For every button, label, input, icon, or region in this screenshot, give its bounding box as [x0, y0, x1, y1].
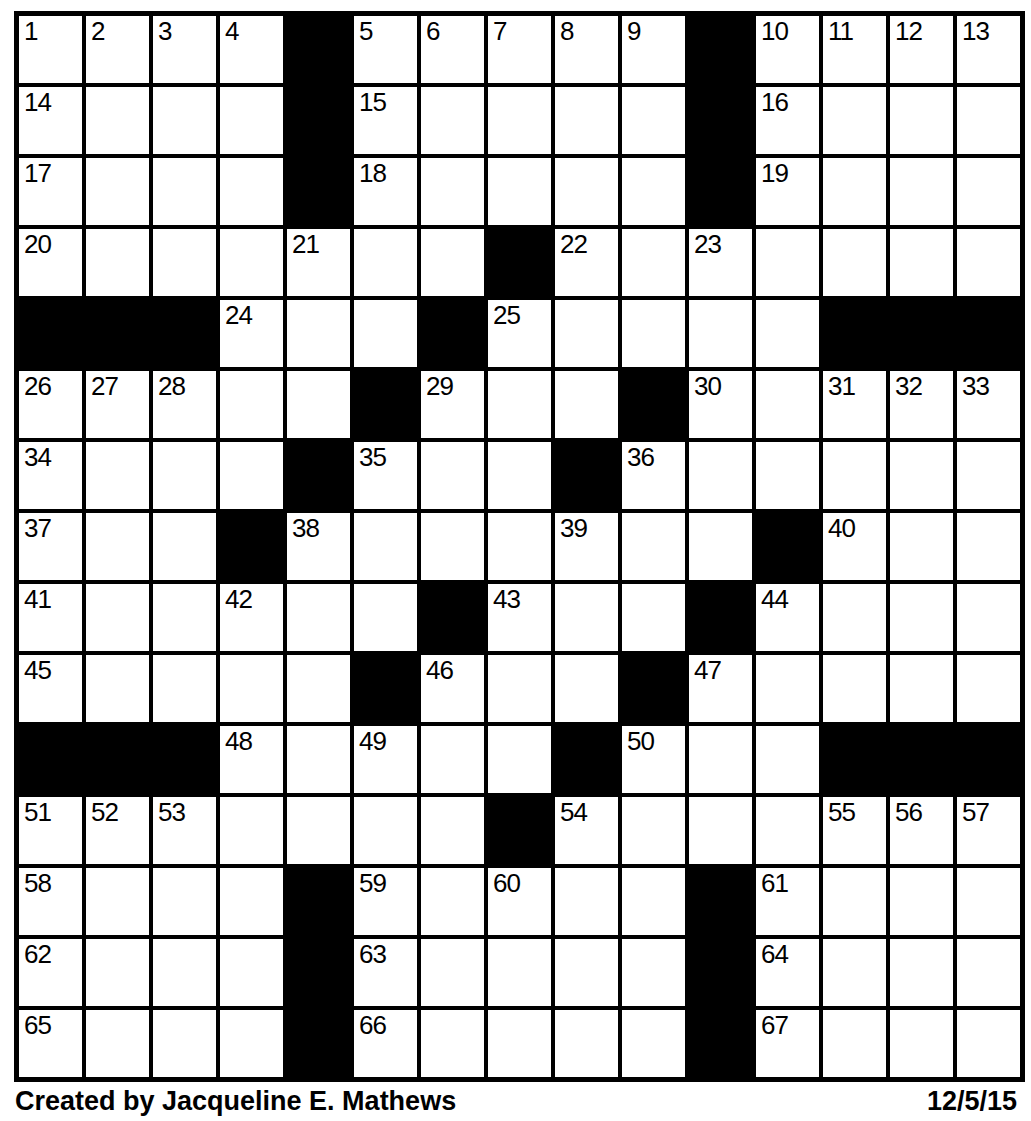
cell-r6c15[interactable]: 33	[957, 371, 1020, 438]
cell-r15c1[interactable]: 65	[19, 1010, 82, 1077]
cell-r13c14[interactable]	[890, 868, 953, 935]
clue-number-58: 58	[24, 870, 51, 897]
cell-r9c9[interactable]	[555, 584, 618, 651]
cell-r5c8[interactable]: 25	[488, 300, 551, 367]
cell-r7c15[interactable]	[957, 442, 1020, 509]
cell-r1c9[interactable]: 8	[555, 16, 618, 83]
cell-r7c11[interactable]	[689, 442, 752, 509]
cell-r4c15[interactable]	[957, 229, 1020, 296]
black-cell-r5c2	[86, 300, 149, 367]
cell-r3c12[interactable]: 19	[756, 158, 819, 225]
cell-r13c9[interactable]	[555, 868, 618, 935]
cell-r2c9[interactable]	[555, 87, 618, 154]
clue-number-46: 46	[426, 657, 453, 684]
cell-r12c13[interactable]: 55	[823, 797, 886, 864]
cell-r3c2[interactable]	[86, 158, 149, 225]
cell-r13c4[interactable]	[220, 868, 283, 935]
black-cell-r8c4	[220, 513, 283, 580]
black-cell-r11c1	[19, 726, 82, 793]
cell-r9c8[interactable]: 43	[488, 584, 551, 651]
cell-r2c4[interactable]	[220, 87, 283, 154]
clue-number-37: 37	[24, 515, 51, 542]
cell-r5c12[interactable]	[756, 300, 819, 367]
cell-r13c12[interactable]: 61	[756, 868, 819, 935]
cell-r11c5[interactable]	[287, 726, 350, 793]
black-cell-r5c15	[957, 300, 1020, 367]
clue-number-56: 56	[895, 799, 922, 826]
clue-number-66: 66	[359, 1012, 386, 1039]
clue-number-64: 64	[761, 941, 788, 968]
cell-r6c1[interactable]: 26	[19, 371, 82, 438]
clue-number-45: 45	[24, 657, 51, 684]
cell-r10c4[interactable]	[220, 655, 283, 722]
cell-r2c7[interactable]	[421, 87, 484, 154]
cell-r2c1[interactable]: 14	[19, 87, 82, 154]
clue-number-24: 24	[225, 302, 252, 329]
cell-r8c1[interactable]: 37	[19, 513, 82, 580]
cell-r15c13[interactable]	[823, 1010, 886, 1077]
black-cell-r8c12	[756, 513, 819, 580]
cell-r12c11[interactable]	[689, 797, 752, 864]
black-cell-r15c11	[689, 1010, 752, 1077]
cell-r6c8[interactable]	[488, 371, 551, 438]
cell-r10c8[interactable]	[488, 655, 551, 722]
crossword-page: 1234567891011121314151617181920212223242…	[0, 0, 1031, 1121]
clue-number-26: 26	[24, 373, 51, 400]
cell-r10c13[interactable]	[823, 655, 886, 722]
black-cell-r11c15	[957, 726, 1020, 793]
clue-number-51: 51	[24, 799, 51, 826]
cell-r1c2[interactable]: 2	[86, 16, 149, 83]
cell-r8c5[interactable]: 38	[287, 513, 350, 580]
clue-number-31: 31	[828, 373, 855, 400]
crossword-grid: 1234567891011121314151617181920212223242…	[14, 11, 1025, 1082]
cell-r3c7[interactable]	[421, 158, 484, 225]
cell-r8c14[interactable]	[890, 513, 953, 580]
clue-number-10: 10	[761, 18, 788, 45]
cell-r10c5[interactable]	[287, 655, 350, 722]
cell-r5c9[interactable]	[555, 300, 618, 367]
cell-r15c15[interactable]	[957, 1010, 1020, 1077]
clue-number-16: 16	[761, 89, 788, 116]
cell-r14c13[interactable]	[823, 939, 886, 1006]
clue-number-29: 29	[426, 373, 453, 400]
black-cell-r10c6	[354, 655, 417, 722]
clue-number-27: 27	[91, 373, 118, 400]
cell-r15c14[interactable]	[890, 1010, 953, 1077]
cell-r2c2[interactable]	[86, 87, 149, 154]
black-cell-r14c11	[689, 939, 752, 1006]
cell-r14c15[interactable]	[957, 939, 1020, 1006]
cell-r6c9[interactable]	[555, 371, 618, 438]
cell-r4c3[interactable]	[153, 229, 216, 296]
cell-r6c5[interactable]	[287, 371, 350, 438]
cell-r7c2[interactable]	[86, 442, 149, 509]
cell-r8c6[interactable]	[354, 513, 417, 580]
cell-r10c2[interactable]	[86, 655, 149, 722]
clue-number-6: 6	[426, 18, 439, 45]
cell-r6c3[interactable]: 28	[153, 371, 216, 438]
footer: Created by Jacqueline E. Mathews 12/5/15	[15, 1086, 1017, 1117]
cell-r8c9[interactable]: 39	[555, 513, 618, 580]
cell-r12c9[interactable]: 54	[555, 797, 618, 864]
cell-r1c3[interactable]: 3	[153, 16, 216, 83]
cell-r9c2[interactable]	[86, 584, 149, 651]
clue-number-50: 50	[627, 728, 654, 755]
black-cell-r6c10	[622, 371, 685, 438]
cell-r11c6[interactable]: 49	[354, 726, 417, 793]
cell-r1c1[interactable]: 1	[19, 16, 82, 83]
cell-r7c8[interactable]	[488, 442, 551, 509]
cell-r4c6[interactable]	[354, 229, 417, 296]
cell-r1c14[interactable]: 12	[890, 16, 953, 83]
clue-number-36: 36	[627, 444, 654, 471]
black-cell-r7c9	[555, 442, 618, 509]
black-cell-r5c13	[823, 300, 886, 367]
cell-r10c12[interactable]	[756, 655, 819, 722]
cell-r3c13[interactable]	[823, 158, 886, 225]
clue-number-33: 33	[962, 373, 989, 400]
clue-number-11: 11	[828, 18, 853, 45]
black-cell-r10c10	[622, 655, 685, 722]
cell-r10c1[interactable]: 45	[19, 655, 82, 722]
cell-r8c15[interactable]	[957, 513, 1020, 580]
cell-r11c7[interactable]	[421, 726, 484, 793]
cell-r10c3[interactable]	[153, 655, 216, 722]
clue-number-65: 65	[24, 1012, 51, 1039]
clue-number-21: 21	[292, 231, 319, 258]
cell-r2c3[interactable]	[153, 87, 216, 154]
cell-r3c4[interactable]	[220, 158, 283, 225]
clue-number-1: 1	[24, 18, 37, 45]
black-cell-r5c3	[153, 300, 216, 367]
cell-r15c6[interactable]: 66	[354, 1010, 417, 1077]
black-cell-r6c6	[354, 371, 417, 438]
cell-r15c8[interactable]	[488, 1010, 551, 1077]
cell-r12c4[interactable]	[220, 797, 283, 864]
black-cell-r14c5	[287, 939, 350, 1006]
cell-r1c13[interactable]: 11	[823, 16, 886, 83]
cell-r9c1[interactable]: 41	[19, 584, 82, 651]
clue-number-25: 25	[493, 302, 520, 329]
cell-r2c15[interactable]	[957, 87, 1020, 154]
cell-r5c4[interactable]: 24	[220, 300, 283, 367]
cell-r10c14[interactable]	[890, 655, 953, 722]
cell-r4c12[interactable]	[756, 229, 819, 296]
black-cell-r5c1	[19, 300, 82, 367]
clue-number-55: 55	[828, 799, 855, 826]
cell-r12c7[interactable]	[421, 797, 484, 864]
clue-number-47: 47	[694, 657, 721, 684]
black-cell-r11c3	[153, 726, 216, 793]
cell-r14c7[interactable]	[421, 939, 484, 1006]
cell-r12c1[interactable]: 51	[19, 797, 82, 864]
clue-number-5: 5	[359, 18, 372, 45]
black-cell-r2c5	[287, 87, 350, 154]
cell-r1c15[interactable]: 13	[957, 16, 1020, 83]
black-cell-r3c5	[287, 158, 350, 225]
cell-r9c5[interactable]	[287, 584, 350, 651]
cell-r11c4[interactable]: 48	[220, 726, 283, 793]
black-cell-r9c11	[689, 584, 752, 651]
byline: Created by Jacqueline E. Mathews	[15, 1086, 456, 1117]
cell-r15c4[interactable]	[220, 1010, 283, 1077]
cell-r12c3[interactable]: 53	[153, 797, 216, 864]
cell-r12c12[interactable]	[756, 797, 819, 864]
cell-r11c8[interactable]	[488, 726, 551, 793]
cell-r11c10[interactable]: 50	[622, 726, 685, 793]
cell-r14c2[interactable]	[86, 939, 149, 1006]
clue-number-40: 40	[828, 515, 855, 542]
cell-r2c10[interactable]	[622, 87, 685, 154]
clue-number-23: 23	[694, 231, 721, 258]
cell-r7c10[interactable]: 36	[622, 442, 685, 509]
cell-r7c13[interactable]	[823, 442, 886, 509]
black-cell-r13c5	[287, 868, 350, 935]
cell-r13c7[interactable]	[421, 868, 484, 935]
clue-number-3: 3	[158, 18, 171, 45]
black-cell-r11c14	[890, 726, 953, 793]
cell-r1c10[interactable]: 9	[622, 16, 685, 83]
clue-number-62: 62	[24, 941, 51, 968]
cell-r12c10[interactable]	[622, 797, 685, 864]
cell-r12c6[interactable]	[354, 797, 417, 864]
cell-r5c10[interactable]	[622, 300, 685, 367]
clue-number-59: 59	[359, 870, 386, 897]
cell-r9c10[interactable]	[622, 584, 685, 651]
black-cell-r7c5	[287, 442, 350, 509]
cell-r12c2[interactable]: 52	[86, 797, 149, 864]
cell-r6c2[interactable]: 27	[86, 371, 149, 438]
cell-r5c11[interactable]	[689, 300, 752, 367]
cell-r9c14[interactable]	[890, 584, 953, 651]
cell-r10c9[interactable]	[555, 655, 618, 722]
cell-r4c5[interactable]: 21	[287, 229, 350, 296]
cell-r13c2[interactable]	[86, 868, 149, 935]
clue-number-39: 39	[560, 515, 587, 542]
cell-r3c1[interactable]: 17	[19, 158, 82, 225]
cell-r7c3[interactable]	[153, 442, 216, 509]
cell-r3c15[interactable]	[957, 158, 1020, 225]
cell-r4c9[interactable]: 22	[555, 229, 618, 296]
cell-r5c5[interactable]	[287, 300, 350, 367]
cell-r1c4[interactable]: 4	[220, 16, 283, 83]
cell-r10c7[interactable]: 46	[421, 655, 484, 722]
black-cell-r1c11	[689, 16, 752, 83]
clue-number-49: 49	[359, 728, 386, 755]
clue-number-18: 18	[359, 160, 386, 187]
clue-number-53: 53	[158, 799, 185, 826]
cell-r9c4[interactable]: 42	[220, 584, 283, 651]
cell-r4c13[interactable]	[823, 229, 886, 296]
cell-r12c14[interactable]: 56	[890, 797, 953, 864]
cell-r8c13[interactable]: 40	[823, 513, 886, 580]
cell-r4c4[interactable]	[220, 229, 283, 296]
cell-r8c2[interactable]	[86, 513, 149, 580]
clue-number-17: 17	[24, 160, 51, 187]
clue-number-22: 22	[560, 231, 587, 258]
clue-number-42: 42	[225, 586, 252, 613]
black-cell-r5c14	[890, 300, 953, 367]
clue-number-48: 48	[225, 728, 252, 755]
cell-r4c10[interactable]	[622, 229, 685, 296]
black-cell-r4c8	[488, 229, 551, 296]
black-cell-r9c7	[421, 584, 484, 651]
clue-number-8: 8	[560, 18, 573, 45]
cell-r13c15[interactable]	[957, 868, 1020, 935]
cell-r7c12[interactable]	[756, 442, 819, 509]
cell-r8c8[interactable]	[488, 513, 551, 580]
cell-r1c12[interactable]: 10	[756, 16, 819, 83]
cell-r4c1[interactable]: 20	[19, 229, 82, 296]
cell-r13c10[interactable]	[622, 868, 685, 935]
cell-r7c7[interactable]	[421, 442, 484, 509]
cell-r13c8[interactable]: 60	[488, 868, 551, 935]
cell-r7c4[interactable]	[220, 442, 283, 509]
clue-number-44: 44	[761, 586, 788, 613]
cell-r12c15[interactable]: 57	[957, 797, 1020, 864]
cell-r14c3[interactable]	[153, 939, 216, 1006]
cell-r3c10[interactable]	[622, 158, 685, 225]
cell-r9c13[interactable]	[823, 584, 886, 651]
cell-r14c14[interactable]	[890, 939, 953, 1006]
cell-r4c7[interactable]	[421, 229, 484, 296]
cell-r5c6[interactable]	[354, 300, 417, 367]
black-cell-r15c5	[287, 1010, 350, 1077]
cell-r6c11[interactable]: 30	[689, 371, 752, 438]
cell-r6c13[interactable]: 31	[823, 371, 886, 438]
cell-r8c10[interactable]	[622, 513, 685, 580]
cell-r3c14[interactable]	[890, 158, 953, 225]
cell-r14c10[interactable]	[622, 939, 685, 1006]
clue-number-43: 43	[493, 586, 520, 613]
cell-r8c11[interactable]	[689, 513, 752, 580]
cell-r15c3[interactable]	[153, 1010, 216, 1077]
black-cell-r11c2	[86, 726, 149, 793]
cell-r6c12[interactable]	[756, 371, 819, 438]
cell-r13c13[interactable]	[823, 868, 886, 935]
clue-number-4: 4	[225, 18, 238, 45]
cell-r8c3[interactable]	[153, 513, 216, 580]
cell-r11c12[interactable]	[756, 726, 819, 793]
black-cell-r11c13	[823, 726, 886, 793]
cell-r3c3[interactable]	[153, 158, 216, 225]
cell-r10c11[interactable]: 47	[689, 655, 752, 722]
cell-r4c2[interactable]	[86, 229, 149, 296]
cell-r3c8[interactable]	[488, 158, 551, 225]
cell-r9c15[interactable]	[957, 584, 1020, 651]
cell-r10c15[interactable]	[957, 655, 1020, 722]
clue-number-14: 14	[24, 89, 51, 116]
clue-number-19: 19	[761, 160, 788, 187]
clue-number-7: 7	[493, 18, 506, 45]
cell-r13c3[interactable]	[153, 868, 216, 935]
clue-number-60: 60	[493, 870, 520, 897]
cell-r15c12[interactable]: 67	[756, 1010, 819, 1077]
cell-r15c2[interactable]	[86, 1010, 149, 1077]
clue-number-20: 20	[24, 231, 51, 258]
cell-r11c11[interactable]	[689, 726, 752, 793]
cell-r13c1[interactable]: 58	[19, 868, 82, 935]
black-cell-r1c5	[287, 16, 350, 83]
clue-number-54: 54	[560, 799, 587, 826]
cell-r2c6[interactable]: 15	[354, 87, 417, 154]
puzzle-date: 12/5/15	[927, 1086, 1017, 1117]
black-cell-r12c8	[488, 797, 551, 864]
clue-number-12: 12	[895, 18, 922, 45]
cell-r7c1[interactable]: 34	[19, 442, 82, 509]
clue-number-15: 15	[359, 89, 386, 116]
clue-number-2: 2	[91, 18, 104, 45]
black-cell-r13c11	[689, 868, 752, 935]
cell-r7c6[interactable]: 35	[354, 442, 417, 509]
cell-r2c8[interactable]	[488, 87, 551, 154]
cell-r2c14[interactable]	[890, 87, 953, 154]
cell-r6c4[interactable]	[220, 371, 283, 438]
cell-r6c7[interactable]: 29	[421, 371, 484, 438]
cell-r2c12[interactable]: 16	[756, 87, 819, 154]
cell-r14c4[interactable]	[220, 939, 283, 1006]
cell-r3c9[interactable]	[555, 158, 618, 225]
cell-r15c7[interactable]	[421, 1010, 484, 1077]
clue-number-32: 32	[895, 373, 922, 400]
cell-r14c8[interactable]	[488, 939, 551, 1006]
cell-r1c7[interactable]: 6	[421, 16, 484, 83]
cell-r13c6[interactable]: 59	[354, 868, 417, 935]
clue-number-30: 30	[694, 373, 721, 400]
clue-number-28: 28	[158, 373, 185, 400]
cell-r2c13[interactable]	[823, 87, 886, 154]
clue-number-34: 34	[24, 444, 51, 471]
clue-number-9: 9	[627, 18, 640, 45]
clue-number-52: 52	[91, 799, 118, 826]
cell-r7c14[interactable]	[890, 442, 953, 509]
black-cell-r5c7	[421, 300, 484, 367]
cell-r9c3[interactable]	[153, 584, 216, 651]
cell-r14c6[interactable]: 63	[354, 939, 417, 1006]
cell-r6c14[interactable]: 32	[890, 371, 953, 438]
cell-r14c1[interactable]: 62	[19, 939, 82, 1006]
clue-number-35: 35	[359, 444, 386, 471]
cell-r4c14[interactable]	[890, 229, 953, 296]
black-cell-r2c11	[689, 87, 752, 154]
cell-r9c12[interactable]: 44	[756, 584, 819, 651]
black-cell-r11c9	[555, 726, 618, 793]
clue-number-13: 13	[962, 18, 989, 45]
cell-r1c8[interactable]: 7	[488, 16, 551, 83]
black-cell-r3c11	[689, 158, 752, 225]
cell-r1c6[interactable]: 5	[354, 16, 417, 83]
cell-r4c11[interactable]: 23	[689, 229, 752, 296]
cell-r14c9[interactable]	[555, 939, 618, 1006]
clue-number-41: 41	[24, 586, 51, 613]
cell-r14c12[interactable]: 64	[756, 939, 819, 1006]
cell-r8c7[interactable]	[421, 513, 484, 580]
clue-number-57: 57	[962, 799, 989, 826]
clue-number-67: 67	[761, 1012, 788, 1039]
cell-r9c6[interactable]	[354, 584, 417, 651]
clue-number-63: 63	[359, 941, 386, 968]
cell-r12c5[interactable]	[287, 797, 350, 864]
cell-r3c6[interactable]: 18	[354, 158, 417, 225]
clue-number-38: 38	[292, 515, 319, 542]
cell-r15c9[interactable]	[555, 1010, 618, 1077]
clue-number-61: 61	[761, 870, 788, 897]
cell-r15c10[interactable]	[622, 1010, 685, 1077]
